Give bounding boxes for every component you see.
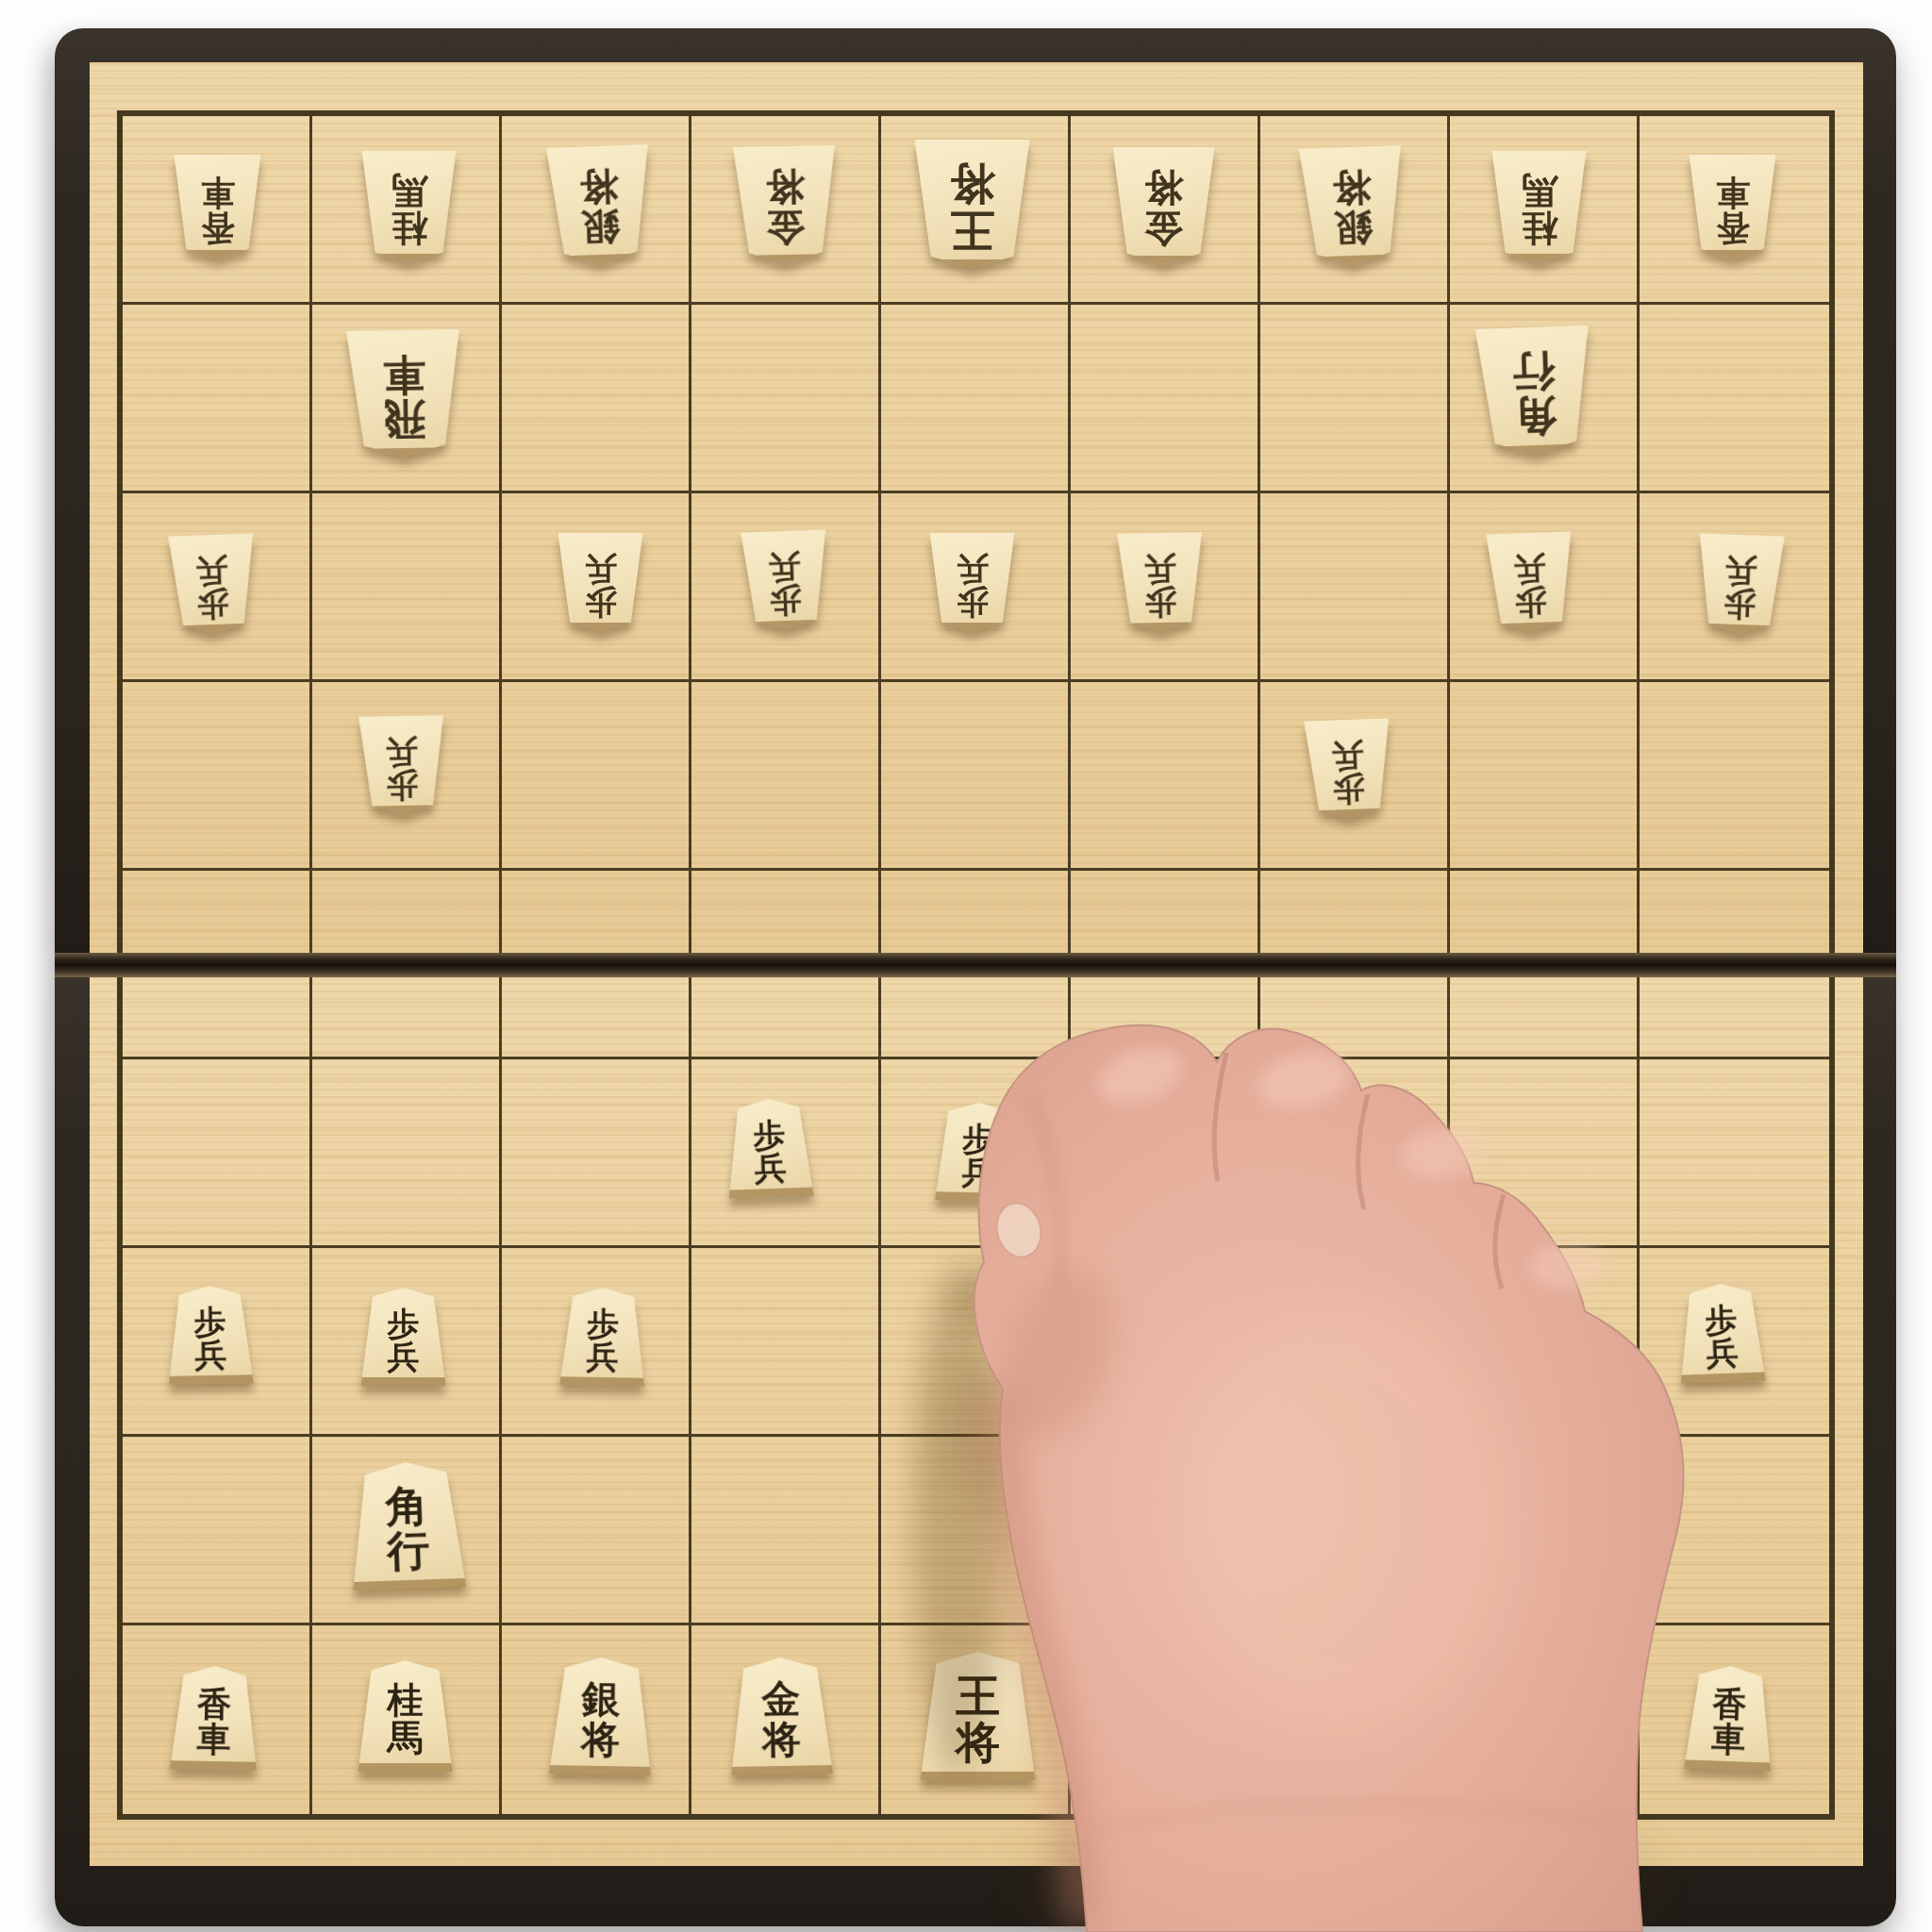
shogi-scene: 香車桂馬銀将金将王将金将銀将桂馬香車飛車角行歩兵歩兵歩兵歩兵歩兵歩兵歩兵歩兵歩兵… bbox=[0, 0, 1932, 1932]
hand-icon bbox=[974, 1025, 1684, 1932]
hand-overlay bbox=[0, 0, 1932, 1932]
